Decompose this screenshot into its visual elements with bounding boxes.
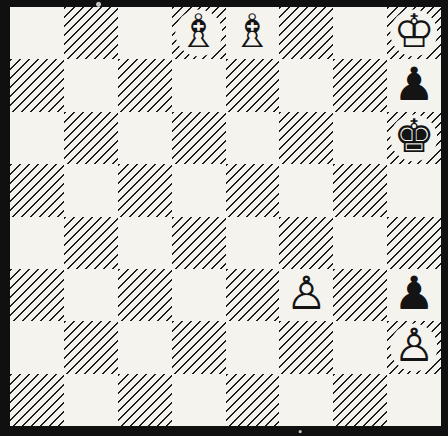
piece-white-king-h8[interactable]: ♚♔ — [387, 7, 441, 59]
black-king-icon: ♚ — [393, 113, 434, 159]
white-king-icon: ♔ — [393, 8, 434, 54]
square-h8[interactable]: ♚♔ — [387, 7, 441, 59]
piece-black-king-h6[interactable]: ♚ — [387, 112, 441, 164]
square-d8[interactable]: ♝♗ — [172, 7, 226, 59]
piece-white-bishop-d8[interactable]: ♝♗ — [172, 7, 226, 59]
square-h6[interactable]: ♚ — [387, 112, 441, 164]
square-f1[interactable] — [279, 374, 333, 426]
square-a6[interactable] — [10, 112, 64, 164]
square-e6[interactable] — [226, 112, 280, 164]
square-e8[interactable]: ♝♗ — [226, 7, 280, 59]
square-g4[interactable] — [333, 217, 387, 269]
square-f8[interactable] — [279, 7, 333, 59]
square-e1[interactable] — [226, 374, 280, 426]
square-d4[interactable] — [172, 217, 226, 269]
square-a8[interactable] — [10, 7, 64, 59]
square-b6[interactable] — [64, 112, 118, 164]
square-c6[interactable] — [118, 112, 172, 164]
square-c1[interactable] — [118, 374, 172, 426]
square-d6[interactable] — [172, 112, 226, 164]
piece-white-bishop-e8[interactable]: ♝♗ — [226, 7, 280, 59]
square-f4[interactable] — [279, 217, 333, 269]
square-b3[interactable] — [64, 269, 118, 321]
square-f5[interactable] — [279, 164, 333, 216]
square-a4[interactable] — [10, 217, 64, 269]
square-g3[interactable] — [333, 269, 387, 321]
square-b2[interactable] — [64, 321, 118, 373]
square-e5[interactable] — [226, 164, 280, 216]
square-c7[interactable] — [118, 59, 172, 111]
square-g5[interactable] — [333, 164, 387, 216]
square-c2[interactable] — [118, 321, 172, 373]
square-f2[interactable] — [279, 321, 333, 373]
white-bishop-icon: ♗ — [232, 8, 273, 54]
square-c5[interactable] — [118, 164, 172, 216]
square-h1[interactable] — [387, 374, 441, 426]
white-pawn-icon: ♙ — [393, 323, 434, 369]
square-c4[interactable] — [118, 217, 172, 269]
square-e3[interactable] — [226, 269, 280, 321]
square-g1[interactable] — [333, 374, 387, 426]
chess-diagram: ♝♗♝♗♚♔♟♚♟♙♟♟♙ — [0, 0, 448, 436]
square-b5[interactable] — [64, 164, 118, 216]
square-g6[interactable] — [333, 112, 387, 164]
black-pawn-icon: ♟ — [393, 270, 434, 316]
square-d7[interactable] — [172, 59, 226, 111]
square-f3[interactable]: ♟♙ — [279, 269, 333, 321]
white-pawn-icon: ♙ — [286, 270, 327, 316]
square-b8[interactable] — [64, 7, 118, 59]
square-b1[interactable] — [64, 374, 118, 426]
square-f7[interactable] — [279, 59, 333, 111]
square-c3[interactable] — [118, 269, 172, 321]
square-e4[interactable] — [226, 217, 280, 269]
square-a1[interactable] — [10, 374, 64, 426]
square-h3[interactable]: ♟ — [387, 269, 441, 321]
square-a3[interactable] — [10, 269, 64, 321]
piece-white-pawn-h2[interactable]: ♟♙ — [387, 321, 441, 373]
piece-black-pawn-h7[interactable]: ♟ — [387, 59, 441, 111]
square-h7[interactable]: ♟ — [387, 59, 441, 111]
square-a2[interactable] — [10, 321, 64, 373]
square-g7[interactable] — [333, 59, 387, 111]
piece-black-pawn-h3[interactable]: ♟ — [387, 269, 441, 321]
square-a5[interactable] — [10, 164, 64, 216]
square-d2[interactable] — [172, 321, 226, 373]
square-d5[interactable] — [172, 164, 226, 216]
square-d1[interactable] — [172, 374, 226, 426]
black-pawn-icon: ♟ — [393, 61, 434, 107]
white-bishop-icon: ♗ — [178, 8, 219, 54]
square-h4[interactable] — [387, 217, 441, 269]
square-b7[interactable] — [64, 59, 118, 111]
square-c8[interactable] — [118, 7, 172, 59]
square-f6[interactable] — [279, 112, 333, 164]
square-h5[interactable] — [387, 164, 441, 216]
chess-board: ♝♗♝♗♚♔♟♚♟♙♟♟♙ — [10, 7, 441, 426]
square-e2[interactable] — [226, 321, 280, 373]
square-g8[interactable] — [333, 7, 387, 59]
square-d3[interactable] — [172, 269, 226, 321]
square-a7[interactable] — [10, 59, 64, 111]
piece-white-pawn-f3[interactable]: ♟♙ — [279, 269, 333, 321]
square-b4[interactable] — [64, 217, 118, 269]
square-h2[interactable]: ♟♙ — [387, 321, 441, 373]
square-g2[interactable] — [333, 321, 387, 373]
square-e7[interactable] — [226, 59, 280, 111]
